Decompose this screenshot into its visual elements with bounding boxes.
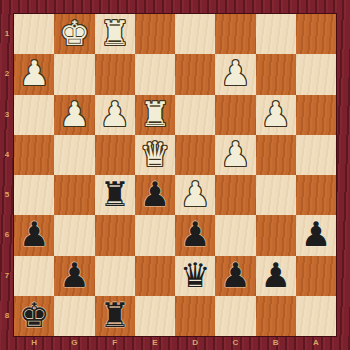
square-h3[interactable] bbox=[14, 95, 54, 135]
square-g4[interactable] bbox=[54, 135, 94, 175]
square-e8[interactable] bbox=[135, 296, 175, 336]
square-f1[interactable]: ♜ bbox=[95, 14, 135, 54]
file-label-a: A bbox=[296, 337, 336, 348]
square-g7[interactable]: ♟ bbox=[54, 256, 94, 296]
square-e4[interactable]: ♛ bbox=[135, 135, 175, 175]
white-pawn[interactable]: ♟ bbox=[220, 56, 250, 90]
black-pawn[interactable]: ♟ bbox=[140, 177, 170, 211]
white-pawn[interactable]: ♟ bbox=[180, 177, 210, 211]
chess-board: ♚♜♟♟♟♟♜♟♛♟♜♟♟♟♟♟♟♛♟♟♚♜ bbox=[14, 14, 336, 336]
square-c4[interactable]: ♟ bbox=[215, 135, 255, 175]
file-label-c: C bbox=[215, 337, 255, 348]
board-frame: ♚♜♟♟♟♟♜♟♛♟♜♟♟♟♟♟♟♛♟♟♚♜ 12345678HGFEDCBA bbox=[0, 0, 350, 350]
square-f6[interactable] bbox=[95, 215, 135, 255]
square-a5[interactable] bbox=[296, 175, 336, 215]
black-rook[interactable]: ♜ bbox=[99, 298, 129, 332]
rank-label-3: 3 bbox=[0, 110, 14, 120]
white-queen[interactable]: ♛ bbox=[140, 137, 170, 171]
square-a6[interactable]: ♟ bbox=[296, 215, 336, 255]
square-e5[interactable]: ♟ bbox=[135, 175, 175, 215]
white-rook[interactable]: ♜ bbox=[99, 16, 129, 50]
rank-label-4: 4 bbox=[0, 150, 14, 160]
rank-label-2: 2 bbox=[0, 69, 14, 79]
square-c8[interactable] bbox=[215, 296, 255, 336]
square-d5[interactable]: ♟ bbox=[175, 175, 215, 215]
white-pawn[interactable]: ♟ bbox=[19, 56, 49, 90]
square-a3[interactable] bbox=[296, 95, 336, 135]
square-b7[interactable]: ♟ bbox=[256, 256, 296, 296]
black-rook[interactable]: ♜ bbox=[99, 177, 129, 211]
rank-label-6: 6 bbox=[0, 230, 14, 240]
white-pawn[interactable]: ♟ bbox=[260, 97, 290, 131]
black-pawn[interactable]: ♟ bbox=[180, 217, 210, 251]
square-g5[interactable] bbox=[54, 175, 94, 215]
square-a8[interactable] bbox=[296, 296, 336, 336]
square-h7[interactable] bbox=[14, 256, 54, 296]
square-e3[interactable]: ♜ bbox=[135, 95, 175, 135]
square-h4[interactable] bbox=[14, 135, 54, 175]
square-f5[interactable]: ♜ bbox=[95, 175, 135, 215]
file-label-h: H bbox=[14, 337, 54, 348]
square-a4[interactable] bbox=[296, 135, 336, 175]
black-king[interactable]: ♚ bbox=[19, 298, 49, 332]
white-pawn[interactable]: ♟ bbox=[99, 97, 129, 131]
black-pawn[interactable]: ♟ bbox=[301, 217, 331, 251]
square-a1[interactable] bbox=[296, 14, 336, 54]
square-c2[interactable]: ♟ bbox=[215, 54, 255, 94]
square-d3[interactable] bbox=[175, 95, 215, 135]
square-e1[interactable] bbox=[135, 14, 175, 54]
black-pawn[interactable]: ♟ bbox=[19, 217, 49, 251]
file-label-g: G bbox=[54, 337, 94, 348]
rank-label-5: 5 bbox=[0, 190, 14, 200]
rank-label-7: 7 bbox=[0, 271, 14, 281]
square-b5[interactable] bbox=[256, 175, 296, 215]
black-pawn[interactable]: ♟ bbox=[220, 258, 250, 292]
square-b6[interactable] bbox=[256, 215, 296, 255]
square-e2[interactable] bbox=[135, 54, 175, 94]
square-c7[interactable]: ♟ bbox=[215, 256, 255, 296]
square-b4[interactable] bbox=[256, 135, 296, 175]
square-h1[interactable] bbox=[14, 14, 54, 54]
square-d2[interactable] bbox=[175, 54, 215, 94]
square-b2[interactable] bbox=[256, 54, 296, 94]
white-pawn[interactable]: ♟ bbox=[220, 137, 250, 171]
square-c6[interactable] bbox=[215, 215, 255, 255]
square-d4[interactable] bbox=[175, 135, 215, 175]
square-d7[interactable]: ♛ bbox=[175, 256, 215, 296]
square-g2[interactable] bbox=[54, 54, 94, 94]
square-f3[interactable]: ♟ bbox=[95, 95, 135, 135]
square-h6[interactable]: ♟ bbox=[14, 215, 54, 255]
black-pawn[interactable]: ♟ bbox=[59, 258, 89, 292]
black-pawn[interactable]: ♟ bbox=[260, 258, 290, 292]
square-h8[interactable]: ♚ bbox=[14, 296, 54, 336]
square-h5[interactable] bbox=[14, 175, 54, 215]
square-c3[interactable] bbox=[215, 95, 255, 135]
square-g8[interactable] bbox=[54, 296, 94, 336]
square-b3[interactable]: ♟ bbox=[256, 95, 296, 135]
square-g1[interactable]: ♚ bbox=[54, 14, 94, 54]
square-f2[interactable] bbox=[95, 54, 135, 94]
square-g3[interactable]: ♟ bbox=[54, 95, 94, 135]
square-e6[interactable] bbox=[135, 215, 175, 255]
square-b1[interactable] bbox=[256, 14, 296, 54]
square-a7[interactable] bbox=[296, 256, 336, 296]
square-h2[interactable]: ♟ bbox=[14, 54, 54, 94]
square-d1[interactable] bbox=[175, 14, 215, 54]
square-c5[interactable] bbox=[215, 175, 255, 215]
white-pawn[interactable]: ♟ bbox=[59, 97, 89, 131]
file-label-d: D bbox=[175, 337, 215, 348]
file-label-b: B bbox=[256, 337, 296, 348]
square-a2[interactable] bbox=[296, 54, 336, 94]
square-c1[interactable] bbox=[215, 14, 255, 54]
file-label-e: E bbox=[135, 337, 175, 348]
square-f8[interactable]: ♜ bbox=[95, 296, 135, 336]
square-d8[interactable] bbox=[175, 296, 215, 336]
square-d6[interactable]: ♟ bbox=[175, 215, 215, 255]
file-label-f: F bbox=[95, 337, 135, 348]
rank-label-8: 8 bbox=[0, 311, 14, 321]
white-king[interactable]: ♚ bbox=[59, 16, 89, 50]
square-f7[interactable] bbox=[95, 256, 135, 296]
square-b8[interactable] bbox=[256, 296, 296, 336]
square-e7[interactable] bbox=[135, 256, 175, 296]
square-f4[interactable] bbox=[95, 135, 135, 175]
square-g6[interactable] bbox=[54, 215, 94, 255]
white-rook[interactable]: ♜ bbox=[140, 97, 170, 131]
rank-label-1: 1 bbox=[0, 29, 14, 39]
black-queen[interactable]: ♛ bbox=[180, 258, 210, 292]
